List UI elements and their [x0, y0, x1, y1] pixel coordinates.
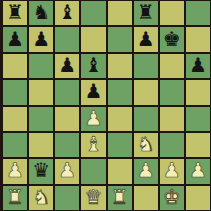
black-bishop-piece: ♝ — [58, 2, 76, 22]
square-a7[interactable]: ♟ — [3, 27, 27, 51]
square-b3[interactable] — [29, 133, 53, 157]
square-c3[interactable] — [55, 133, 79, 157]
square-g6[interactable] — [160, 54, 184, 78]
square-e1[interactable]: ♜ — [108, 186, 132, 210]
square-f3[interactable]: ♞ — [134, 133, 158, 157]
square-h5[interactable] — [186, 80, 210, 104]
square-a2[interactable]: ♟ — [3, 159, 27, 183]
square-b2[interactable]: ♛ — [29, 159, 53, 183]
white-knight-piece: ♞ — [32, 187, 50, 207]
square-e6[interactable] — [108, 54, 132, 78]
white-knight-piece: ♞ — [137, 134, 155, 154]
square-c1[interactable] — [55, 186, 79, 210]
square-a1[interactable]: ♜ — [3, 186, 27, 210]
square-h2[interactable]: ♟ — [186, 159, 210, 183]
square-g1[interactable]: ♚ — [160, 186, 184, 210]
white-pawn-piece: ♟ — [163, 160, 181, 180]
square-a6[interactable] — [3, 54, 27, 78]
square-a4[interactable] — [3, 107, 27, 131]
square-c4[interactable] — [55, 107, 79, 131]
square-a5[interactable] — [3, 80, 27, 104]
square-h3[interactable] — [186, 133, 210, 157]
square-h1[interactable] — [186, 186, 210, 210]
square-b1[interactable]: ♞ — [29, 186, 53, 210]
square-c6[interactable]: ♟ — [55, 54, 79, 78]
white-rook-piece: ♜ — [111, 187, 129, 207]
black-knight-piece: ♞ — [32, 2, 50, 22]
square-g4[interactable] — [160, 107, 184, 131]
white-pawn-piece: ♟ — [189, 160, 207, 180]
square-f8[interactable]: ♜ — [134, 1, 158, 25]
black-rook-piece: ♜ — [6, 2, 24, 22]
square-c8[interactable]: ♝ — [55, 1, 79, 25]
square-e2[interactable] — [108, 159, 132, 183]
square-d7[interactable] — [81, 27, 105, 51]
square-h8[interactable] — [186, 1, 210, 25]
white-pawn-piece: ♟ — [6, 160, 24, 180]
square-a8[interactable]: ♜ — [3, 1, 27, 25]
black-pawn-piece: ♟ — [58, 55, 76, 75]
square-a3[interactable] — [3, 133, 27, 157]
white-bishop-piece: ♝ — [84, 134, 102, 154]
black-rook-piece: ♜ — [137, 2, 155, 22]
white-queen-piece: ♛ — [84, 187, 102, 207]
white-pawn-piece: ♟ — [137, 160, 155, 180]
white-king-piece: ♚ — [163, 187, 181, 207]
square-d4[interactable]: ♟ — [81, 107, 105, 131]
white-pawn-piece: ♟ — [84, 108, 102, 128]
square-h7[interactable] — [186, 27, 210, 51]
square-e3[interactable] — [108, 133, 132, 157]
square-d6[interactable]: ♝ — [81, 54, 105, 78]
square-d5[interactable]: ♟ — [81, 80, 105, 104]
black-pawn-piece: ♟ — [32, 29, 50, 49]
square-g7[interactable]: ♚ — [160, 27, 184, 51]
square-b4[interactable] — [29, 107, 53, 131]
chess-board: ♜♞♝♜♟♟♟♚♟♝♟♟♟♝♞♟♛♟♟♟♟♜♞♛♜♚ — [0, 0, 211, 211]
square-c7[interactable] — [55, 27, 79, 51]
black-queen-piece: ♛ — [32, 160, 50, 180]
square-e7[interactable] — [108, 27, 132, 51]
black-king-piece: ♚ — [163, 29, 181, 49]
black-pawn-piece: ♟ — [84, 81, 102, 101]
square-d1[interactable]: ♛ — [81, 186, 105, 210]
square-g8[interactable] — [160, 1, 184, 25]
square-c2[interactable]: ♟ — [55, 159, 79, 183]
square-b5[interactable] — [29, 80, 53, 104]
square-d8[interactable] — [81, 1, 105, 25]
square-b8[interactable]: ♞ — [29, 1, 53, 25]
black-pawn-piece: ♟ — [137, 29, 155, 49]
square-d2[interactable] — [81, 159, 105, 183]
square-e5[interactable] — [108, 80, 132, 104]
square-g5[interactable] — [160, 80, 184, 104]
square-b6[interactable] — [29, 54, 53, 78]
square-h6[interactable]: ♟ — [186, 54, 210, 78]
square-g2[interactable]: ♟ — [160, 159, 184, 183]
square-b7[interactable]: ♟ — [29, 27, 53, 51]
square-f7[interactable]: ♟ — [134, 27, 158, 51]
black-pawn-piece: ♟ — [189, 55, 207, 75]
square-f5[interactable] — [134, 80, 158, 104]
white-pawn-piece: ♟ — [58, 160, 76, 180]
square-f6[interactable] — [134, 54, 158, 78]
square-c5[interactable] — [55, 80, 79, 104]
white-rook-piece: ♜ — [6, 187, 24, 207]
black-pawn-piece: ♟ — [6, 29, 24, 49]
square-e8[interactable] — [108, 1, 132, 25]
square-d3[interactable]: ♝ — [81, 133, 105, 157]
square-f4[interactable] — [134, 107, 158, 131]
square-e4[interactable] — [108, 107, 132, 131]
square-f1[interactable] — [134, 186, 158, 210]
black-bishop-piece: ♝ — [84, 55, 102, 75]
square-g3[interactable] — [160, 133, 184, 157]
square-f2[interactable]: ♟ — [134, 159, 158, 183]
square-h4[interactable] — [186, 107, 210, 131]
